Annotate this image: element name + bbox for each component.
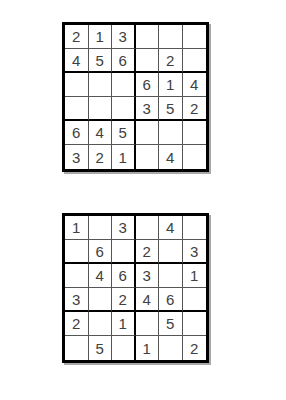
puzzle-1-cell-r4c6: 2 bbox=[183, 97, 207, 121]
puzzle-2-cell-r6c2: 5 bbox=[89, 336, 113, 360]
puzzle-1-cell-r3c1 bbox=[65, 73, 89, 97]
puzzle-2-cell-r2c3 bbox=[112, 240, 136, 264]
puzzle-1-cell-r1c6 bbox=[183, 25, 207, 49]
puzzle-1-cell-r5c2: 4 bbox=[89, 121, 113, 145]
puzzle-2-cell-r5c5: 5 bbox=[159, 312, 183, 336]
puzzle-2-cell-r6c3 bbox=[112, 336, 136, 360]
puzzle-2-cell-r1c5: 4 bbox=[159, 216, 183, 240]
puzzle-1-cell-r5c6 bbox=[183, 121, 207, 145]
puzzle-1-cell-r6c3: 1 bbox=[112, 145, 136, 169]
puzzle-2-cell-r2c6: 3 bbox=[183, 240, 207, 264]
puzzle-1-cell-r1c1: 2 bbox=[65, 25, 89, 49]
puzzle-2-cell-r2c5 bbox=[159, 240, 183, 264]
puzzle-2-cell-r3c5 bbox=[159, 264, 183, 288]
puzzle-2-cell-r4c2 bbox=[89, 288, 113, 312]
puzzle-2-cell-r6c4: 1 bbox=[136, 336, 160, 360]
puzzle-2-cell-r5c2 bbox=[89, 312, 113, 336]
puzzle-1-cell-r5c1: 6 bbox=[65, 121, 89, 145]
puzzle-1-cell-r2c2: 5 bbox=[89, 49, 113, 73]
puzzle-2-cell-r5c4 bbox=[136, 312, 160, 336]
puzzle-2-cell-r5c1: 2 bbox=[65, 312, 89, 336]
puzzle-2-cell-r1c6 bbox=[183, 216, 207, 240]
puzzle-1-cell-r3c2 bbox=[89, 73, 113, 97]
puzzle-2-cell-r4c3: 2 bbox=[112, 288, 136, 312]
puzzle-2-cell-r3c6: 1 bbox=[183, 264, 207, 288]
puzzle-2-cell-r6c1 bbox=[65, 336, 89, 360]
puzzle-2-cell-r4c4: 4 bbox=[136, 288, 160, 312]
puzzle-2-cell-r2c4: 2 bbox=[136, 240, 160, 264]
puzzle-2-cell-r1c4 bbox=[136, 216, 160, 240]
puzzle-1-cell-r6c6 bbox=[183, 145, 207, 169]
puzzle-2-cell-r3c1 bbox=[65, 264, 89, 288]
puzzle-1-cell-r5c5 bbox=[159, 121, 183, 145]
puzzle-1-cell-r1c2: 1 bbox=[89, 25, 113, 49]
puzzle-2-cell-r1c3: 3 bbox=[112, 216, 136, 240]
puzzle-1-cell-r3c6: 4 bbox=[183, 73, 207, 97]
puzzle-1-cell-r1c3: 3 bbox=[112, 25, 136, 49]
puzzle-1-cell-r2c1: 4 bbox=[65, 49, 89, 73]
puzzle-2-cell-r1c1: 1 bbox=[65, 216, 89, 240]
puzzle-1-cell-r6c5: 4 bbox=[159, 145, 183, 169]
sudoku-grid-1: 21345626143526453214 bbox=[62, 22, 209, 172]
puzzle-1-cell-r4c3 bbox=[112, 97, 136, 121]
puzzle-2-cell-r6c6: 2 bbox=[183, 336, 207, 360]
puzzle-1-cell-r6c2: 2 bbox=[89, 145, 113, 169]
puzzle-1-cell-r4c5: 5 bbox=[159, 97, 183, 121]
puzzle-1-cell-r4c4: 3 bbox=[136, 97, 160, 121]
puzzle-2-cell-r2c2: 6 bbox=[89, 240, 113, 264]
puzzle-1-cell-r4c2 bbox=[89, 97, 113, 121]
puzzle-1-cell-r6c1: 3 bbox=[65, 145, 89, 169]
puzzle-2-cell-r1c2 bbox=[89, 216, 113, 240]
puzzle-2-cell-r4c6 bbox=[183, 288, 207, 312]
puzzle-1-cell-r4c1 bbox=[65, 97, 89, 121]
puzzle-2-cell-r6c5 bbox=[159, 336, 183, 360]
puzzle-1-cell-r2c4 bbox=[136, 49, 160, 73]
puzzle-1-cell-r1c4 bbox=[136, 25, 160, 49]
puzzle-2-cell-r3c2: 4 bbox=[89, 264, 113, 288]
sudoku-grid-2: 13462346313246215512 bbox=[62, 213, 209, 363]
puzzle-1-cell-r3c5: 1 bbox=[159, 73, 183, 97]
puzzle-2-cell-r4c5: 6 bbox=[159, 288, 183, 312]
puzzle-1-cell-r1c5 bbox=[159, 25, 183, 49]
puzzle-2-cell-r3c4: 3 bbox=[136, 264, 160, 288]
puzzle-1-cell-r2c6 bbox=[183, 49, 207, 73]
puzzle-1-cell-r6c4 bbox=[136, 145, 160, 169]
puzzle-2-cell-r5c6 bbox=[183, 312, 207, 336]
puzzle-2-cell-r4c1: 3 bbox=[65, 288, 89, 312]
puzzle-1-cell-r5c3: 5 bbox=[112, 121, 136, 145]
puzzle-1-cell-r2c5: 2 bbox=[159, 49, 183, 73]
puzzle-1-cell-r2c3: 6 bbox=[112, 49, 136, 73]
sudoku-worksheet-page: 21345626143526453214 1346234631324621551… bbox=[0, 0, 286, 400]
puzzle-2-cell-r2c1 bbox=[65, 240, 89, 264]
puzzle-2-cell-r3c3: 6 bbox=[112, 264, 136, 288]
puzzle-1-cell-r3c3 bbox=[112, 73, 136, 97]
puzzle-2-cell-r5c3: 1 bbox=[112, 312, 136, 336]
puzzle-1-cell-r5c4 bbox=[136, 121, 160, 145]
puzzle-1-cell-r3c4: 6 bbox=[136, 73, 160, 97]
